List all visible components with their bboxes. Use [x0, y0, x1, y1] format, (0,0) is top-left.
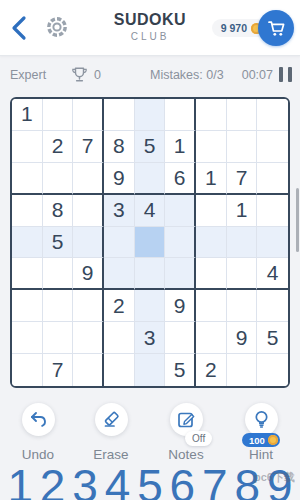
- cell-r4c3[interactable]: [73, 195, 104, 227]
- back-button[interactable]: [8, 13, 34, 43]
- cell-r6c9[interactable]: 4: [257, 258, 288, 290]
- cell-r2c7[interactable]: [196, 131, 227, 163]
- mistakes-counter: Mistakes: 0/3: [150, 68, 224, 82]
- cell-r3c7[interactable]: 1: [196, 163, 227, 195]
- sudoku-board[interactable]: 1278519617834159429395752: [10, 97, 290, 388]
- cell-r7c5[interactable]: [135, 290, 166, 322]
- cell-r8c9[interactable]: 5: [257, 322, 288, 354]
- numpad-digit-7[interactable]: 7: [199, 462, 231, 500]
- cell-r9c3[interactable]: [73, 354, 104, 386]
- cell-r9c7[interactable]: 2: [196, 354, 227, 386]
- cell-r2c1[interactable]: [12, 131, 43, 163]
- numpad-digit-2[interactable]: 2: [36, 462, 68, 500]
- cell-r6c6[interactable]: [165, 258, 196, 290]
- cell-r2c3[interactable]: 7: [73, 131, 104, 163]
- cell-r4c5[interactable]: 4: [135, 195, 166, 227]
- numpad-digit-3[interactable]: 3: [69, 462, 101, 500]
- cell-r1c5[interactable]: [135, 99, 166, 131]
- undo-icon: [28, 409, 49, 430]
- cell-r5c8[interactable]: [227, 227, 258, 259]
- cell-r6c1[interactable]: [12, 258, 43, 290]
- cell-r2c8[interactable]: [227, 131, 258, 163]
- cell-r5c5[interactable]: [135, 227, 166, 259]
- gear-icon: [43, 13, 71, 41]
- number-pad[interactable]: 123456789: [0, 462, 300, 500]
- coin-icon: [268, 435, 278, 445]
- cell-r6c5[interactable]: [135, 258, 166, 290]
- cell-r3c5[interactable]: [135, 163, 166, 195]
- cell-r1c4[interactable]: [104, 99, 135, 131]
- cell-r1c7[interactable]: [196, 99, 227, 131]
- cell-r4c4[interactable]: 3: [104, 195, 135, 227]
- coin-balance: 9 970: [221, 22, 247, 34]
- cell-r4c8[interactable]: 1: [227, 195, 258, 227]
- back-chevron-icon: [8, 13, 34, 43]
- cell-r4c2[interactable]: 8: [43, 195, 74, 227]
- cell-r7c1[interactable]: [12, 290, 43, 322]
- cell-r9c4[interactable]: [104, 354, 135, 386]
- cell-r1c3[interactable]: [73, 99, 104, 131]
- cell-r4c9[interactable]: [257, 195, 288, 227]
- cell-r1c8[interactable]: [227, 99, 258, 131]
- app-header: SUDOKU CLUB 9 970: [0, 0, 300, 56]
- cell-r2c9[interactable]: [257, 131, 288, 163]
- cell-r7c4[interactable]: 2: [104, 290, 135, 322]
- cell-r5c7[interactable]: [196, 227, 227, 259]
- numpad-digit-5[interactable]: 5: [134, 462, 166, 500]
- cell-r4c7[interactable]: [196, 195, 227, 227]
- numpad-digit-4[interactable]: 4: [101, 462, 133, 500]
- notes-off-badge[interactable]: Off: [185, 431, 212, 446]
- cell-r9c2[interactable]: 7: [43, 354, 74, 386]
- status-bar: Expert 0 Mistakes: 0/3 00:07: [0, 62, 300, 88]
- cell-r6c8[interactable]: [227, 258, 258, 290]
- notes-pencil-icon: [176, 409, 197, 430]
- cell-r8c8[interactable]: 9: [227, 322, 258, 354]
- pause-button[interactable]: [279, 67, 292, 82]
- cell-r8c5[interactable]: 3: [135, 322, 166, 354]
- cell-r5c4[interactable]: [104, 227, 135, 259]
- scrollbar-thumb[interactable]: [296, 188, 299, 252]
- cell-r2c4[interactable]: 8: [104, 131, 135, 163]
- trophy-icon: [70, 65, 89, 84]
- shop-button[interactable]: [258, 10, 294, 46]
- cell-r8c3[interactable]: [73, 322, 104, 354]
- cell-r8c1[interactable]: [12, 322, 43, 354]
- shopping-cart-icon: [267, 19, 286, 38]
- cell-r3c9[interactable]: [257, 163, 288, 195]
- cell-r7c2[interactable]: [43, 290, 74, 322]
- cell-r1c6[interactable]: [165, 99, 196, 131]
- numpad-digit-9[interactable]: 9: [264, 462, 296, 500]
- hint-cost-badge[interactable]: 100: [242, 433, 280, 447]
- cell-r5c1[interactable]: [12, 227, 43, 259]
- numpad-digit-8[interactable]: 8: [231, 462, 263, 500]
- cell-r8c4[interactable]: [104, 322, 135, 354]
- cell-r9c1[interactable]: [12, 354, 43, 386]
- cell-r1c1[interactable]: 1: [12, 99, 43, 131]
- lightbulb-icon: [251, 409, 272, 430]
- cell-r3c1[interactable]: [12, 163, 43, 195]
- undo-button[interactable]: Undo: [5, 403, 71, 462]
- erase-button[interactable]: Erase: [78, 403, 144, 462]
- cell-r7c3[interactable]: [73, 290, 104, 322]
- cell-r2c5[interactable]: 5: [135, 131, 166, 163]
- cell-r3c6[interactable]: 6: [165, 163, 196, 195]
- cell-r3c8[interactable]: 7: [227, 163, 258, 195]
- cell-r3c2[interactable]: [43, 163, 74, 195]
- trophy-score: 0: [94, 68, 101, 82]
- cell-r9c9[interactable]: [257, 354, 288, 386]
- cell-r3c3[interactable]: [73, 163, 104, 195]
- cell-r5c9[interactable]: [257, 227, 288, 259]
- cell-r9c8[interactable]: [227, 354, 258, 386]
- cell-r2c6[interactable]: 1: [165, 131, 196, 163]
- hint-cost: 100: [249, 435, 265, 446]
- cell-r6c2[interactable]: [43, 258, 74, 290]
- cell-r5c6[interactable]: [165, 227, 196, 259]
- cell-r7c8[interactable]: [227, 290, 258, 322]
- cell-r5c2[interactable]: 5: [43, 227, 74, 259]
- cell-r7c6[interactable]: 9: [165, 290, 196, 322]
- cell-r4c6[interactable]: [165, 195, 196, 227]
- cell-r6c4[interactable]: [104, 258, 135, 290]
- cell-r8c2[interactable]: [43, 322, 74, 354]
- cell-r1c9[interactable]: [257, 99, 288, 131]
- cell-r7c9[interactable]: [257, 290, 288, 322]
- cell-r1c2[interactable]: [43, 99, 74, 131]
- cell-r9c6[interactable]: 5: [165, 354, 196, 386]
- cell-r2c2[interactable]: 2: [43, 131, 74, 163]
- numpad-digit-6[interactable]: 6: [166, 462, 198, 500]
- cell-r4c1[interactable]: [12, 195, 43, 227]
- cell-r3c4[interactable]: 9: [104, 163, 135, 195]
- settings-button[interactable]: [43, 13, 71, 41]
- timer-value: 00:07: [242, 68, 273, 82]
- cell-r5c3[interactable]: [73, 227, 104, 259]
- eraser-icon: [101, 409, 122, 430]
- cell-r8c6[interactable]: [165, 322, 196, 354]
- cell-r8c7[interactable]: [196, 322, 227, 354]
- cell-r7c7[interactable]: [196, 290, 227, 322]
- difficulty-label: Expert: [10, 68, 46, 82]
- cell-r6c7[interactable]: [196, 258, 227, 290]
- cell-r6c3[interactable]: 9: [73, 258, 104, 290]
- numpad-digit-1[interactable]: 1: [4, 462, 36, 500]
- cell-r9c5[interactable]: [135, 354, 166, 386]
